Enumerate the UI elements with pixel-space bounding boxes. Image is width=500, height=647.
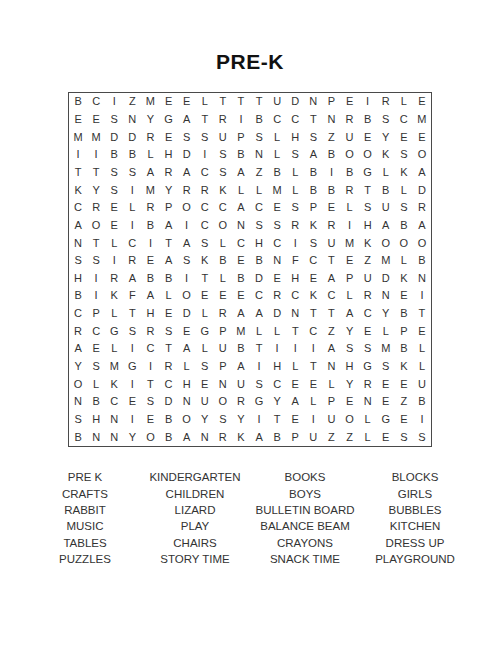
grid-cell-r5c2[interactable]: T bbox=[87, 164, 105, 182]
grid-cell-r12c7[interactable]: O bbox=[178, 287, 196, 305]
grid-cell-r9c12[interactable]: C bbox=[268, 234, 286, 252]
grid-cell-r12c8[interactable]: E bbox=[196, 287, 214, 305]
grid-cell-r20c4[interactable]: Y bbox=[123, 428, 141, 446]
grid-cell-r9c15[interactable]: U bbox=[322, 234, 340, 252]
grid-cell-r2c7[interactable]: A bbox=[178, 111, 196, 129]
grid-cell-r18c8[interactable]: U bbox=[196, 393, 214, 411]
grid-cell-r4c4[interactable]: B bbox=[123, 146, 141, 164]
grid-cell-r7c15[interactable]: E bbox=[322, 199, 340, 217]
grid-cell-r1c14[interactable]: N bbox=[304, 93, 322, 111]
grid-cell-r3c4[interactable]: D bbox=[123, 128, 141, 146]
grid-cell-r16c1[interactable]: Y bbox=[69, 358, 87, 376]
grid-cell-r18c11[interactable]: G bbox=[250, 393, 268, 411]
grid-cell-r9c9[interactable]: L bbox=[214, 234, 232, 252]
grid-cell-r5c19[interactable]: K bbox=[395, 164, 413, 182]
grid-cell-r12c1[interactable]: B bbox=[69, 287, 87, 305]
grid-cell-r11c10[interactable]: B bbox=[232, 269, 250, 287]
grid-cell-r7c10[interactable]: A bbox=[232, 199, 250, 217]
grid-cell-r20c7[interactable]: A bbox=[178, 428, 196, 446]
grid-cell-r5c11[interactable]: Z bbox=[250, 164, 268, 182]
grid-cell-r7c1[interactable]: C bbox=[69, 199, 87, 217]
grid-cell-r11c3[interactable]: R bbox=[105, 269, 123, 287]
grid-cell-r18c14[interactable]: L bbox=[304, 393, 322, 411]
grid-cell-r17c19[interactable]: E bbox=[395, 375, 413, 393]
grid-cell-r20c10[interactable]: K bbox=[232, 428, 250, 446]
grid-cell-r7c9[interactable]: C bbox=[214, 199, 232, 217]
grid-cell-r2c3[interactable]: S bbox=[105, 111, 123, 129]
grid-cell-r10c1[interactable]: S bbox=[69, 252, 87, 270]
grid-cell-r1c15[interactable]: P bbox=[322, 93, 340, 111]
grid-cell-r20c12[interactable]: B bbox=[268, 428, 286, 446]
grid-cell-r20c16[interactable]: Z bbox=[341, 428, 359, 446]
grid-cell-r17c4[interactable]: I bbox=[123, 375, 141, 393]
grid-cell-r16c4[interactable]: G bbox=[123, 358, 141, 376]
grid-cell-r4c5[interactable]: L bbox=[141, 146, 159, 164]
grid-cell-r3c13[interactable]: H bbox=[286, 128, 304, 146]
grid-cell-r6c10[interactable]: L bbox=[232, 181, 250, 199]
grid-cell-r19c7[interactable]: O bbox=[178, 411, 196, 429]
grid-cell-r4c15[interactable]: B bbox=[322, 146, 340, 164]
grid-cell-r5c10[interactable]: A bbox=[232, 164, 250, 182]
grid-cell-r7c6[interactable]: P bbox=[160, 199, 178, 217]
grid-cell-r11c20[interactable]: N bbox=[413, 269, 431, 287]
grid-cell-r19c20[interactable]: I bbox=[413, 411, 431, 429]
grid-cell-r13c6[interactable]: E bbox=[160, 305, 178, 323]
grid-cell-r4c8[interactable]: I bbox=[196, 146, 214, 164]
grid-cell-r9c16[interactable]: M bbox=[341, 234, 359, 252]
grid-cell-r13c12[interactable]: D bbox=[268, 305, 286, 323]
grid-cell-r13c10[interactable]: A bbox=[232, 305, 250, 323]
grid-cell-r16c6[interactable]: R bbox=[160, 358, 178, 376]
grid-cell-r6c16[interactable]: R bbox=[341, 181, 359, 199]
grid-cell-r5c8[interactable]: C bbox=[196, 164, 214, 182]
grid-cell-r19c10[interactable]: Y bbox=[232, 411, 250, 429]
grid-cell-r11c17[interactable]: U bbox=[359, 269, 377, 287]
grid-cell-r16c12[interactable]: H bbox=[268, 358, 286, 376]
grid-cell-r18c2[interactable]: B bbox=[87, 393, 105, 411]
grid-cell-r9c2[interactable]: T bbox=[87, 234, 105, 252]
grid-cell-r1c2[interactable]: C bbox=[87, 93, 105, 111]
grid-cell-r1c20[interactable]: E bbox=[413, 93, 431, 111]
grid-cell-r16c17[interactable]: G bbox=[359, 358, 377, 376]
grid-cell-r2c9[interactable]: R bbox=[214, 111, 232, 129]
grid-cell-r11c16[interactable]: P bbox=[341, 269, 359, 287]
grid-cell-r13c16[interactable]: A bbox=[341, 305, 359, 323]
grid-cell-r3c19[interactable]: E bbox=[395, 128, 413, 146]
grid-cell-r4c14[interactable]: A bbox=[304, 146, 322, 164]
grid-cell-r20c3[interactable]: N bbox=[105, 428, 123, 446]
grid-cell-r11c8[interactable]: T bbox=[196, 269, 214, 287]
grid-cell-r9c18[interactable]: O bbox=[377, 234, 395, 252]
grid-cell-r10c18[interactable]: M bbox=[377, 252, 395, 270]
grid-cell-r19c9[interactable]: S bbox=[214, 411, 232, 429]
grid-cell-r10c6[interactable]: A bbox=[160, 252, 178, 270]
grid-cell-r6c4[interactable]: I bbox=[123, 181, 141, 199]
grid-cell-r19c11[interactable]: I bbox=[250, 411, 268, 429]
grid-cell-r1c5[interactable]: M bbox=[141, 93, 159, 111]
grid-cell-r8c12[interactable]: S bbox=[268, 217, 286, 235]
grid-cell-r8c11[interactable]: S bbox=[250, 217, 268, 235]
grid-cell-r7c2[interactable]: R bbox=[87, 199, 105, 217]
grid-cell-r14c17[interactable]: E bbox=[359, 322, 377, 340]
grid-cell-r10c3[interactable]: I bbox=[105, 252, 123, 270]
grid-cell-r4c2[interactable]: I bbox=[87, 146, 105, 164]
grid-cell-r16c10[interactable]: A bbox=[232, 358, 250, 376]
grid-cell-r1c19[interactable]: L bbox=[395, 93, 413, 111]
grid-cell-r5c9[interactable]: S bbox=[214, 164, 232, 182]
grid-cell-r15c16[interactable]: S bbox=[341, 340, 359, 358]
grid-cell-r14c13[interactable]: T bbox=[286, 322, 304, 340]
grid-cell-r18c1[interactable]: N bbox=[69, 393, 87, 411]
grid-cell-r13c7[interactable]: D bbox=[178, 305, 196, 323]
grid-cell-r5c3[interactable]: S bbox=[105, 164, 123, 182]
grid-cell-r9c11[interactable]: H bbox=[250, 234, 268, 252]
grid-cell-r8c9[interactable]: O bbox=[214, 217, 232, 235]
grid-cell-r10c13[interactable]: F bbox=[286, 252, 304, 270]
grid-cell-r11c12[interactable]: E bbox=[268, 269, 286, 287]
grid-cell-r11c4[interactable]: A bbox=[123, 269, 141, 287]
grid-cell-r6c3[interactable]: S bbox=[105, 181, 123, 199]
grid-cell-r11c13[interactable]: H bbox=[286, 269, 304, 287]
grid-cell-r19c1[interactable]: S bbox=[69, 411, 87, 429]
grid-cell-r15c10[interactable]: B bbox=[232, 340, 250, 358]
grid-cell-r2c11[interactable]: B bbox=[250, 111, 268, 129]
grid-cell-r14c12[interactable]: L bbox=[268, 322, 286, 340]
grid-cell-r6c9[interactable]: K bbox=[214, 181, 232, 199]
grid-cell-r16c14[interactable]: T bbox=[304, 358, 322, 376]
grid-cell-r1c6[interactable]: E bbox=[160, 93, 178, 111]
grid-cell-r6c17[interactable]: T bbox=[359, 181, 377, 199]
grid-cell-r20c13[interactable]: P bbox=[286, 428, 304, 446]
grid-cell-r9c1[interactable]: N bbox=[69, 234, 87, 252]
grid-cell-r7c4[interactable]: L bbox=[123, 199, 141, 217]
grid-cell-r1c18[interactable]: R bbox=[377, 93, 395, 111]
grid-cell-r12c4[interactable]: F bbox=[123, 287, 141, 305]
grid-cell-r14c18[interactable]: L bbox=[377, 322, 395, 340]
grid-cell-r15c3[interactable]: L bbox=[105, 340, 123, 358]
grid-cell-r2c2[interactable]: E bbox=[87, 111, 105, 129]
grid-cell-r17c16[interactable]: Y bbox=[341, 375, 359, 393]
grid-cell-r14c15[interactable]: Z bbox=[322, 322, 340, 340]
grid-cell-r5c14[interactable]: B bbox=[304, 164, 322, 182]
grid-cell-r9c4[interactable]: C bbox=[123, 234, 141, 252]
grid-cell-r7c18[interactable]: U bbox=[377, 199, 395, 217]
grid-cell-r9c10[interactable]: C bbox=[232, 234, 250, 252]
grid-cell-r15c13[interactable]: I bbox=[286, 340, 304, 358]
grid-cell-r4c6[interactable]: H bbox=[160, 146, 178, 164]
grid-cell-r17c7[interactable]: H bbox=[178, 375, 196, 393]
grid-cell-r19c4[interactable]: I bbox=[123, 411, 141, 429]
grid-cell-r19c16[interactable]: O bbox=[341, 411, 359, 429]
grid-cell-r8c7[interactable]: I bbox=[178, 217, 196, 235]
grid-cell-r17c13[interactable]: E bbox=[286, 375, 304, 393]
grid-cell-r14c10[interactable]: M bbox=[232, 322, 250, 340]
grid-cell-r10c20[interactable]: B bbox=[413, 252, 431, 270]
grid-cell-r3c14[interactable]: S bbox=[304, 128, 322, 146]
grid-cell-r2c13[interactable]: C bbox=[286, 111, 304, 129]
grid-cell-r3c1[interactable]: M bbox=[69, 128, 87, 146]
grid-cell-r20c17[interactable]: L bbox=[359, 428, 377, 446]
grid-cell-r11c2[interactable]: I bbox=[87, 269, 105, 287]
grid-cell-r12c17[interactable]: R bbox=[359, 287, 377, 305]
grid-cell-r8c20[interactable]: A bbox=[413, 217, 431, 235]
grid-cell-r15c4[interactable]: I bbox=[123, 340, 141, 358]
grid-cell-r4c10[interactable]: B bbox=[232, 146, 250, 164]
grid-cell-r2c16[interactable]: R bbox=[341, 111, 359, 129]
grid-cell-r13c3[interactable]: L bbox=[105, 305, 123, 323]
grid-cell-r18c7[interactable]: N bbox=[178, 393, 196, 411]
grid-cell-r13c11[interactable]: A bbox=[250, 305, 268, 323]
grid-cell-r7c11[interactable]: C bbox=[250, 199, 268, 217]
grid-cell-r18c13[interactable]: A bbox=[286, 393, 304, 411]
grid-cell-r11c11[interactable]: D bbox=[250, 269, 268, 287]
grid-cell-r15c18[interactable]: M bbox=[377, 340, 395, 358]
grid-cell-r1c9[interactable]: T bbox=[214, 93, 232, 111]
grid-cell-r18c18[interactable]: E bbox=[377, 393, 395, 411]
grid-cell-r12c16[interactable]: L bbox=[341, 287, 359, 305]
grid-cell-r4c20[interactable]: O bbox=[413, 146, 431, 164]
grid-cell-r19c15[interactable]: U bbox=[322, 411, 340, 429]
grid-cell-r2c4[interactable]: N bbox=[123, 111, 141, 129]
grid-cell-r15c1[interactable]: A bbox=[69, 340, 87, 358]
grid-cell-r18c19[interactable]: Z bbox=[395, 393, 413, 411]
grid-cell-r12c3[interactable]: K bbox=[105, 287, 123, 305]
grid-cell-r8c15[interactable]: R bbox=[322, 217, 340, 235]
grid-cell-r9c5[interactable]: I bbox=[141, 234, 159, 252]
grid-cell-r16c15[interactable]: N bbox=[322, 358, 340, 376]
grid-cell-r19c6[interactable]: B bbox=[160, 411, 178, 429]
grid-cell-r17c10[interactable]: U bbox=[232, 375, 250, 393]
grid-cell-r18c6[interactable]: D bbox=[160, 393, 178, 411]
grid-cell-r15c6[interactable]: T bbox=[160, 340, 178, 358]
grid-cell-r10c4[interactable]: R bbox=[123, 252, 141, 270]
grid-cell-r10c12[interactable]: N bbox=[268, 252, 286, 270]
grid-cell-r8c17[interactable]: H bbox=[359, 217, 377, 235]
grid-cell-r15c20[interactable]: L bbox=[413, 340, 431, 358]
grid-cell-r6c11[interactable]: L bbox=[250, 181, 268, 199]
grid-cell-r13c18[interactable]: Y bbox=[377, 305, 395, 323]
grid-cell-r20c14[interactable]: U bbox=[304, 428, 322, 446]
grid-cell-r5c16[interactable]: B bbox=[341, 164, 359, 182]
grid-cell-r6c1[interactable]: K bbox=[69, 181, 87, 199]
grid-cell-r15c2[interactable]: E bbox=[87, 340, 105, 358]
grid-cell-r19c2[interactable]: H bbox=[87, 411, 105, 429]
grid-cell-r20c19[interactable]: S bbox=[395, 428, 413, 446]
grid-cell-r20c18[interactable]: E bbox=[377, 428, 395, 446]
grid-cell-r4c17[interactable]: O bbox=[359, 146, 377, 164]
grid-cell-r1c17[interactable]: I bbox=[359, 93, 377, 111]
grid-cell-r3c12[interactable]: L bbox=[268, 128, 286, 146]
grid-cell-r3c8[interactable]: S bbox=[196, 128, 214, 146]
grid-cell-r12c11[interactable]: C bbox=[250, 287, 268, 305]
grid-cell-r13c9[interactable]: R bbox=[214, 305, 232, 323]
grid-cell-r13c15[interactable]: T bbox=[322, 305, 340, 323]
grid-cell-r16c19[interactable]: K bbox=[395, 358, 413, 376]
grid-cell-r8c13[interactable]: R bbox=[286, 217, 304, 235]
grid-cell-r10c14[interactable]: C bbox=[304, 252, 322, 270]
grid-cell-r11c9[interactable]: L bbox=[214, 269, 232, 287]
grid-cell-r8c2[interactable]: O bbox=[87, 217, 105, 235]
grid-cell-r6c8[interactable]: R bbox=[196, 181, 214, 199]
grid-cell-r8c16[interactable]: I bbox=[341, 217, 359, 235]
grid-cell-r17c17[interactable]: R bbox=[359, 375, 377, 393]
grid-cell-r20c6[interactable]: B bbox=[160, 428, 178, 446]
grid-cell-r6c20[interactable]: D bbox=[413, 181, 431, 199]
grid-cell-r2c12[interactable]: C bbox=[268, 111, 286, 129]
grid-cell-r9c7[interactable]: A bbox=[178, 234, 196, 252]
grid-cell-r6c13[interactable]: L bbox=[286, 181, 304, 199]
grid-cell-r17c12[interactable]: C bbox=[268, 375, 286, 393]
grid-cell-r7c13[interactable]: S bbox=[286, 199, 304, 217]
grid-cell-r11c1[interactable]: H bbox=[69, 269, 87, 287]
grid-cell-r7c12[interactable]: E bbox=[268, 199, 286, 217]
grid-cell-r15c14[interactable]: I bbox=[304, 340, 322, 358]
grid-cell-r18c17[interactable]: N bbox=[359, 393, 377, 411]
grid-cell-r2c20[interactable]: M bbox=[413, 111, 431, 129]
grid-cell-r7c8[interactable]: C bbox=[196, 199, 214, 217]
grid-cell-r13c20[interactable]: T bbox=[413, 305, 431, 323]
grid-cell-r6c18[interactable]: B bbox=[377, 181, 395, 199]
grid-cell-r15c15[interactable]: A bbox=[322, 340, 340, 358]
grid-cell-r2c5[interactable]: Y bbox=[141, 111, 159, 129]
grid-cell-r12c15[interactable]: C bbox=[322, 287, 340, 305]
grid-cell-r4c18[interactable]: K bbox=[377, 146, 395, 164]
grid-cell-r2c18[interactable]: S bbox=[377, 111, 395, 129]
grid-cell-r14c20[interactable]: E bbox=[413, 322, 431, 340]
grid-cell-r10c5[interactable]: E bbox=[141, 252, 159, 270]
grid-cell-r6c6[interactable]: Y bbox=[160, 181, 178, 199]
grid-cell-r12c2[interactable]: I bbox=[87, 287, 105, 305]
grid-cell-r16c9[interactable]: P bbox=[214, 358, 232, 376]
grid-cell-r9c6[interactable]: T bbox=[160, 234, 178, 252]
grid-cell-r8c4[interactable]: I bbox=[123, 217, 141, 235]
grid-cell-r18c12[interactable]: Y bbox=[268, 393, 286, 411]
grid-cell-r8c18[interactable]: A bbox=[377, 217, 395, 235]
grid-cell-r6c7[interactable]: R bbox=[178, 181, 196, 199]
grid-cell-r15c8[interactable]: L bbox=[196, 340, 214, 358]
grid-cell-r10c16[interactable]: E bbox=[341, 252, 359, 270]
grid-cell-r20c8[interactable]: N bbox=[196, 428, 214, 446]
grid-cell-r12c20[interactable]: I bbox=[413, 287, 431, 305]
grid-cell-r5c5[interactable]: A bbox=[141, 164, 159, 182]
grid-cell-r2c8[interactable]: T bbox=[196, 111, 214, 129]
grid-cell-r14c11[interactable]: L bbox=[250, 322, 268, 340]
grid-cell-r2c10[interactable]: I bbox=[232, 111, 250, 129]
grid-cell-r5c18[interactable]: L bbox=[377, 164, 395, 182]
grid-cell-r17c6[interactable]: C bbox=[160, 375, 178, 393]
grid-cell-r1c12[interactable]: U bbox=[268, 93, 286, 111]
grid-cell-r2c14[interactable]: T bbox=[304, 111, 322, 129]
grid-cell-r20c15[interactable]: Z bbox=[322, 428, 340, 446]
grid-cell-r17c20[interactable]: U bbox=[413, 375, 431, 393]
grid-cell-r3c11[interactable]: S bbox=[250, 128, 268, 146]
grid-cell-r10c19[interactable]: L bbox=[395, 252, 413, 270]
grid-cell-r11c6[interactable]: B bbox=[160, 269, 178, 287]
grid-cell-r3c10[interactable]: P bbox=[232, 128, 250, 146]
grid-cell-r9c19[interactable]: O bbox=[395, 234, 413, 252]
grid-cell-r3c18[interactable]: Y bbox=[377, 128, 395, 146]
grid-cell-r6c19[interactable]: L bbox=[395, 181, 413, 199]
grid-cell-r11c14[interactable]: E bbox=[304, 269, 322, 287]
grid-cell-r12c6[interactable]: L bbox=[160, 287, 178, 305]
grid-cell-r10c2[interactable]: S bbox=[87, 252, 105, 270]
grid-cell-r6c14[interactable]: B bbox=[304, 181, 322, 199]
grid-cell-r19c3[interactable]: N bbox=[105, 411, 123, 429]
grid-cell-r8c14[interactable]: K bbox=[304, 217, 322, 235]
grid-cell-r4c9[interactable]: S bbox=[214, 146, 232, 164]
grid-cell-r4c12[interactable]: L bbox=[268, 146, 286, 164]
grid-cell-r10c7[interactable]: S bbox=[178, 252, 196, 270]
grid-cell-r16c7[interactable]: L bbox=[178, 358, 196, 376]
grid-cell-r19c19[interactable]: E bbox=[395, 411, 413, 429]
grid-cell-r17c15[interactable]: L bbox=[322, 375, 340, 393]
grid-cell-r9c13[interactable]: I bbox=[286, 234, 304, 252]
grid-cell-r16c13[interactable]: L bbox=[286, 358, 304, 376]
grid-cell-r5c13[interactable]: L bbox=[286, 164, 304, 182]
grid-cell-r17c5[interactable]: T bbox=[141, 375, 159, 393]
grid-cell-r12c10[interactable]: E bbox=[232, 287, 250, 305]
grid-cell-r6c15[interactable]: B bbox=[322, 181, 340, 199]
grid-cell-r3c20[interactable]: E bbox=[413, 128, 431, 146]
grid-cell-r7c20[interactable]: R bbox=[413, 199, 431, 217]
grid-cell-r12c5[interactable]: A bbox=[141, 287, 159, 305]
grid-cell-r16c3[interactable]: M bbox=[105, 358, 123, 376]
grid-cell-r18c20[interactable]: B bbox=[413, 393, 431, 411]
grid-cell-r9c14[interactable]: S bbox=[304, 234, 322, 252]
grid-cell-r5c6[interactable]: R bbox=[160, 164, 178, 182]
grid-cell-r5c20[interactable]: A bbox=[413, 164, 431, 182]
grid-cell-r5c1[interactable]: T bbox=[69, 164, 87, 182]
grid-cell-r10c15[interactable]: T bbox=[322, 252, 340, 270]
grid-cell-r8c6[interactable]: A bbox=[160, 217, 178, 235]
grid-cell-r18c4[interactable]: E bbox=[123, 393, 141, 411]
grid-cell-r17c11[interactable]: S bbox=[250, 375, 268, 393]
grid-cell-r3c5[interactable]: R bbox=[141, 128, 159, 146]
grid-cell-r19c14[interactable]: I bbox=[304, 411, 322, 429]
grid-cell-r8c10[interactable]: N bbox=[232, 217, 250, 235]
grid-cell-r17c8[interactable]: E bbox=[196, 375, 214, 393]
grid-cell-r16c20[interactable]: L bbox=[413, 358, 431, 376]
grid-cell-r19c18[interactable]: G bbox=[377, 411, 395, 429]
grid-cell-r4c16[interactable]: O bbox=[341, 146, 359, 164]
grid-cell-r11c15[interactable]: A bbox=[322, 269, 340, 287]
grid-cell-r17c9[interactable]: N bbox=[214, 375, 232, 393]
grid-cell-r15c19[interactable]: B bbox=[395, 340, 413, 358]
grid-cell-r13c1[interactable]: C bbox=[69, 305, 87, 323]
grid-cell-r7c3[interactable]: E bbox=[105, 199, 123, 217]
grid-cell-r9c8[interactable]: S bbox=[196, 234, 214, 252]
grid-cell-r2c19[interactable]: C bbox=[395, 111, 413, 129]
grid-cell-r5c15[interactable]: I bbox=[322, 164, 340, 182]
grid-cell-r18c15[interactable]: P bbox=[322, 393, 340, 411]
grid-cell-r15c5[interactable]: C bbox=[141, 340, 159, 358]
grid-cell-r4c3[interactable]: B bbox=[105, 146, 123, 164]
grid-cell-r5c17[interactable]: G bbox=[359, 164, 377, 182]
grid-cell-r3c3[interactable]: D bbox=[105, 128, 123, 146]
grid-cell-r1c10[interactable]: T bbox=[232, 93, 250, 111]
grid-cell-r11c7[interactable]: I bbox=[178, 269, 196, 287]
grid-cell-r17c14[interactable]: E bbox=[304, 375, 322, 393]
grid-cell-r15c11[interactable]: T bbox=[250, 340, 268, 358]
grid-cell-r1c4[interactable]: Z bbox=[123, 93, 141, 111]
grid-cell-r9c17[interactable]: K bbox=[359, 234, 377, 252]
grid-cell-r4c1[interactable]: I bbox=[69, 146, 87, 164]
grid-cell-r17c2[interactable]: L bbox=[87, 375, 105, 393]
grid-cell-r14c19[interactable]: P bbox=[395, 322, 413, 340]
grid-cell-r4c19[interactable]: S bbox=[395, 146, 413, 164]
grid-cell-r16c8[interactable]: S bbox=[196, 358, 214, 376]
grid-cell-r14c5[interactable]: R bbox=[141, 322, 159, 340]
